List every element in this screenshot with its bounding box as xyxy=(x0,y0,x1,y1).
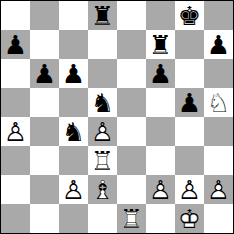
white-pawn[interactable]: ♟♙ xyxy=(59,175,88,204)
square-a3[interactable] xyxy=(1,146,30,175)
square-e1[interactable]: ♜♖ xyxy=(117,204,146,233)
square-c2[interactable]: ♟♙ xyxy=(59,175,88,204)
square-b6[interactable]: ♟ xyxy=(30,59,59,88)
piece-outline: ♙ xyxy=(62,177,85,203)
square-c5[interactable] xyxy=(59,88,88,117)
square-f8[interactable] xyxy=(146,1,175,30)
black-rook[interactable]: ♜ xyxy=(146,30,175,59)
square-h3[interactable] xyxy=(204,146,233,175)
square-a7[interactable]: ♟ xyxy=(1,30,30,59)
square-g3[interactable] xyxy=(175,146,204,175)
square-b4[interactable] xyxy=(30,117,59,146)
white-pawn[interactable]: ♟♙ xyxy=(204,175,233,204)
square-d6[interactable] xyxy=(88,59,117,88)
square-a6[interactable] xyxy=(1,59,30,88)
square-b5[interactable] xyxy=(30,88,59,117)
square-g8[interactable]: ♚ xyxy=(175,1,204,30)
square-b8[interactable] xyxy=(30,1,59,30)
square-g6[interactable] xyxy=(175,59,204,88)
square-d8[interactable]: ♜ xyxy=(88,1,117,30)
white-bishop[interactable]: ♝♗ xyxy=(88,175,117,204)
square-f2[interactable]: ♟♙ xyxy=(146,175,175,204)
square-c4[interactable]: ♞ xyxy=(59,117,88,146)
square-e7[interactable] xyxy=(117,30,146,59)
square-g5[interactable]: ♟ xyxy=(175,88,204,117)
square-d7[interactable] xyxy=(88,30,117,59)
piece-outline: ♙ xyxy=(207,177,230,203)
square-c8[interactable] xyxy=(59,1,88,30)
square-h2[interactable]: ♟♙ xyxy=(204,175,233,204)
square-d2[interactable]: ♝♗ xyxy=(88,175,117,204)
square-h1[interactable] xyxy=(204,204,233,233)
square-e4[interactable] xyxy=(117,117,146,146)
square-a8[interactable] xyxy=(1,1,30,30)
piece-outline: ♙ xyxy=(91,119,114,145)
square-f7[interactable]: ♜ xyxy=(146,30,175,59)
black-pawn[interactable]: ♟ xyxy=(1,30,30,59)
square-f4[interactable] xyxy=(146,117,175,146)
black-pawn[interactable]: ♟ xyxy=(30,59,59,88)
piece-outline: ♗ xyxy=(91,177,114,203)
square-g1[interactable]: ♚♔ xyxy=(175,204,204,233)
square-f5[interactable] xyxy=(146,88,175,117)
black-pawn[interactable]: ♟ xyxy=(204,30,233,59)
white-rook[interactable]: ♜♖ xyxy=(117,204,146,233)
piece-outline: ♖ xyxy=(91,148,114,174)
square-e6[interactable] xyxy=(117,59,146,88)
square-h8[interactable] xyxy=(204,1,233,30)
square-c3[interactable] xyxy=(59,146,88,175)
square-b2[interactable] xyxy=(30,175,59,204)
square-c6[interactable]: ♟ xyxy=(59,59,88,88)
piece-outline: ♙ xyxy=(4,119,27,145)
square-g7[interactable] xyxy=(175,30,204,59)
white-pawn[interactable]: ♟♙ xyxy=(146,175,175,204)
square-d4[interactable]: ♟♙ xyxy=(88,117,117,146)
square-a4[interactable]: ♟♙ xyxy=(1,117,30,146)
black-pawn[interactable]: ♟ xyxy=(146,59,175,88)
piece-outline: ♙ xyxy=(149,177,172,203)
square-b3[interactable] xyxy=(30,146,59,175)
square-b1[interactable] xyxy=(30,204,59,233)
square-e5[interactable] xyxy=(117,88,146,117)
square-c7[interactable] xyxy=(59,30,88,59)
piece-outline: ♖ xyxy=(120,206,143,232)
square-c1[interactable] xyxy=(59,204,88,233)
square-a1[interactable] xyxy=(1,204,30,233)
black-knight[interactable]: ♞ xyxy=(88,88,117,117)
square-d1[interactable] xyxy=(88,204,117,233)
square-h5[interactable]: ♞♘ xyxy=(204,88,233,117)
white-pawn[interactable]: ♟♙ xyxy=(175,175,204,204)
square-h6[interactable] xyxy=(204,59,233,88)
square-f6[interactable]: ♟ xyxy=(146,59,175,88)
square-d5[interactable]: ♞ xyxy=(88,88,117,117)
square-d3[interactable]: ♜♖ xyxy=(88,146,117,175)
square-h4[interactable] xyxy=(204,117,233,146)
square-e2[interactable] xyxy=(117,175,146,204)
white-rook[interactable]: ♜♖ xyxy=(88,146,117,175)
square-e8[interactable] xyxy=(117,1,146,30)
square-f1[interactable] xyxy=(146,204,175,233)
square-e3[interactable] xyxy=(117,146,146,175)
white-pawn[interactable]: ♟♙ xyxy=(1,117,30,146)
square-h7[interactable]: ♟ xyxy=(204,30,233,59)
piece-outline: ♘ xyxy=(207,90,230,116)
white-knight[interactable]: ♞♘ xyxy=(204,88,233,117)
square-f3[interactable] xyxy=(146,146,175,175)
white-pawn[interactable]: ♟♙ xyxy=(88,117,117,146)
black-king[interactable]: ♚ xyxy=(175,1,204,30)
chess-board: ♜♚♟♜♟♟♟♟♞♟♞♘♟♙♞♟♙♜♖♟♙♝♗♟♙♟♙♟♙♜♖♚♔ xyxy=(0,0,234,234)
square-a2[interactable] xyxy=(1,175,30,204)
black-rook[interactable]: ♜ xyxy=(88,1,117,30)
black-knight[interactable]: ♞ xyxy=(59,117,88,146)
black-pawn[interactable]: ♟ xyxy=(175,88,204,117)
black-pawn[interactable]: ♟ xyxy=(59,59,88,88)
white-king[interactable]: ♚♔ xyxy=(175,204,204,233)
square-b7[interactable] xyxy=(30,30,59,59)
square-g4[interactable] xyxy=(175,117,204,146)
square-a5[interactable] xyxy=(1,88,30,117)
piece-outline: ♔ xyxy=(178,206,201,232)
square-g2[interactable]: ♟♙ xyxy=(175,175,204,204)
piece-outline: ♙ xyxy=(178,177,201,203)
